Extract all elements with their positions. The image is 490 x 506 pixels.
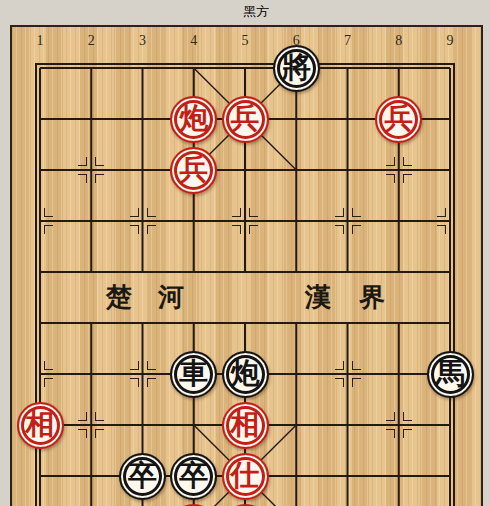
black-side-label: 黑方 (221, 0, 269, 23)
piece-red-cannon[interactable]: 炮 (170, 96, 217, 143)
piece-black-chariot[interactable]: 車 (170, 351, 217, 398)
piece-red-advisor[interactable]: 仕 (222, 453, 269, 500)
piece-red-soldier[interactable]: 兵 (222, 96, 269, 143)
piece-red-elephant[interactable]: 相 (222, 402, 269, 449)
app-window: 黑方 123456789 楚河漢界 將炮兵兵兵車炮馬相相卒卒仕 (0, 0, 490, 506)
piece-red-soldier[interactable]: 兵 (375, 96, 422, 143)
xiangqi-board[interactable]: 123456789 楚河漢界 將炮兵兵兵車炮馬相相卒卒仕 (10, 25, 483, 506)
piece-red-soldier[interactable]: 兵 (170, 147, 217, 194)
piece-black-cannon[interactable]: 炮 (222, 351, 269, 398)
side-banner-top: 黑方 (0, 0, 490, 25)
piece-black-general[interactable]: 將 (273, 45, 320, 92)
piece-black-horse[interactable]: 馬 (427, 351, 474, 398)
piece-red-elephant[interactable]: 相 (17, 402, 64, 449)
piece-black-soldier[interactable]: 卒 (119, 453, 166, 500)
piece-grid: 將炮兵兵兵車炮馬相相卒卒仕 (14, 43, 475, 506)
piece-black-soldier[interactable]: 卒 (170, 453, 217, 500)
